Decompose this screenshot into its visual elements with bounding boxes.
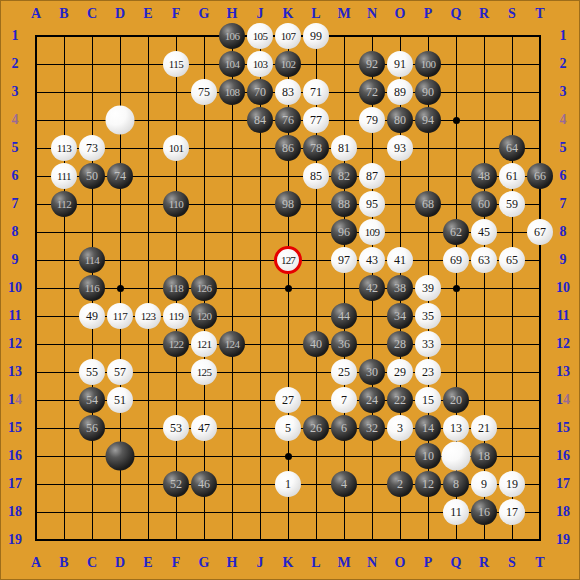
col-label-bottom: G bbox=[199, 555, 210, 571]
col-label-bottom: R bbox=[479, 555, 489, 571]
stone[interactable]: 1 bbox=[275, 471, 301, 497]
row-label-right: 7 bbox=[560, 196, 567, 212]
row-label-right: 18 bbox=[556, 504, 570, 520]
stone[interactable]: 66 bbox=[527, 163, 553, 189]
stone[interactable]: 4 bbox=[331, 471, 357, 497]
stone[interactable]: 33 bbox=[415, 331, 441, 357]
stone[interactable]: 84 bbox=[247, 107, 273, 133]
stone[interactable]: 75 bbox=[191, 79, 217, 105]
row-label-left: 17 bbox=[8, 476, 22, 492]
stone[interactable]: 98 bbox=[275, 191, 301, 217]
stone[interactable]: 2 bbox=[387, 471, 413, 497]
star-point bbox=[453, 117, 460, 124]
row-label-right: 3 bbox=[560, 84, 567, 100]
stone[interactable]: 117 bbox=[107, 303, 133, 329]
stone[interactable]: 38 bbox=[387, 275, 413, 301]
col-label-top: G bbox=[199, 6, 210, 22]
stone[interactable]: 106 bbox=[219, 23, 245, 49]
stone[interactable]: 110 bbox=[163, 191, 189, 217]
row-label-right: 1 bbox=[560, 28, 567, 44]
stone[interactable]: 46 bbox=[191, 471, 217, 497]
col-label-top: F bbox=[172, 6, 181, 22]
stone[interactable]: 11 bbox=[443, 499, 469, 525]
stone[interactable]: 96 bbox=[331, 219, 357, 245]
stone[interactable]: 82 bbox=[331, 163, 357, 189]
row-label-left: 13 bbox=[8, 364, 22, 380]
stone[interactable]: 83 bbox=[275, 79, 301, 105]
go-board-diagram[interactable]: AABBCCDDEEFFGGHHJJKKLLMMNNOOPPQQRRSSTT11… bbox=[0, 0, 580, 580]
row-label-left: 5 bbox=[12, 140, 19, 156]
col-label-top: C bbox=[87, 6, 97, 22]
stone[interactable]: 102 bbox=[275, 51, 301, 77]
row-label-left: 11 bbox=[8, 308, 21, 324]
stone[interactable]: 112 bbox=[51, 191, 77, 217]
stone[interactable]: 104 bbox=[219, 51, 245, 77]
stone[interactable]: 28 bbox=[387, 331, 413, 357]
stone-last-move[interactable]: 127 bbox=[274, 246, 302, 274]
col-label-top: T bbox=[535, 6, 544, 22]
stone[interactable]: 54 bbox=[79, 387, 105, 413]
stone[interactable]: 36 bbox=[331, 331, 357, 357]
col-label-top: E bbox=[143, 6, 152, 22]
col-label-top: D bbox=[115, 6, 125, 22]
stone[interactable]: 52 bbox=[163, 471, 189, 497]
stone[interactable]: 124 bbox=[219, 331, 245, 357]
col-label-bottom: K bbox=[283, 555, 294, 571]
stone[interactable]: 26 bbox=[303, 415, 329, 441]
stone[interactable]: 122 bbox=[163, 331, 189, 357]
stone[interactable]: 44 bbox=[331, 303, 357, 329]
stone[interactable]: 34 bbox=[387, 303, 413, 329]
stone[interactable]: 48 bbox=[471, 163, 497, 189]
stone[interactable]: 53 bbox=[163, 415, 189, 441]
stone[interactable]: 119 bbox=[163, 303, 189, 329]
col-label-bottom: H bbox=[227, 555, 238, 571]
row-label-left: 18 bbox=[8, 504, 22, 520]
col-label-top: M bbox=[337, 6, 350, 22]
stone[interactable]: 24 bbox=[359, 387, 385, 413]
row-label-right: 2 bbox=[560, 56, 567, 72]
stone[interactable]: 17 bbox=[499, 499, 525, 525]
row-label-left: 10 bbox=[8, 280, 22, 296]
row-label-right: 12 bbox=[556, 336, 570, 352]
col-label-top: Q bbox=[451, 6, 462, 22]
stone[interactable]: 61 bbox=[499, 163, 525, 189]
stone[interactable]: 8 bbox=[443, 471, 469, 497]
row-label-right: 15 bbox=[556, 420, 570, 436]
stone[interactable]: 89 bbox=[387, 79, 413, 105]
stone[interactable]: 88 bbox=[331, 191, 357, 217]
col-label-bottom: C bbox=[87, 555, 97, 571]
stone[interactable]: 21 bbox=[471, 415, 497, 441]
stone[interactable]: 41 bbox=[387, 247, 413, 273]
col-label-bottom: F bbox=[172, 555, 181, 571]
stone[interactable]: 70 bbox=[247, 79, 273, 105]
col-label-top: O bbox=[395, 6, 406, 22]
row-label-left: 12 bbox=[8, 336, 22, 352]
stone[interactable]: 64 bbox=[499, 135, 525, 161]
stone[interactable]: 20 bbox=[443, 387, 469, 413]
stone[interactable]: 73 bbox=[79, 135, 105, 161]
row-label-left: 19 bbox=[8, 532, 22, 548]
stone[interactable]: 79 bbox=[359, 107, 385, 133]
stone[interactable]: 63 bbox=[471, 247, 497, 273]
stone[interactable]: 120 bbox=[191, 303, 217, 329]
stone[interactable]: 50 bbox=[79, 163, 105, 189]
star-point bbox=[453, 285, 460, 292]
stone[interactable]: 15 bbox=[415, 387, 441, 413]
col-label-top: L bbox=[311, 6, 320, 22]
row-label-left: 8 bbox=[12, 224, 19, 240]
row-label-left: 14 bbox=[8, 392, 22, 408]
stone[interactable]: 115 bbox=[163, 51, 189, 77]
row-label-left: 9 bbox=[12, 252, 19, 268]
stone[interactable]: 18 bbox=[471, 443, 497, 469]
stone[interactable]: 67 bbox=[527, 219, 553, 245]
stone[interactable]: 32 bbox=[359, 415, 385, 441]
col-label-bottom: Q bbox=[451, 555, 462, 571]
stone[interactable]: 45 bbox=[471, 219, 497, 245]
stone[interactable]: 9 bbox=[471, 471, 497, 497]
row-label-right: 19 bbox=[556, 532, 570, 548]
stone[interactable]: 35 bbox=[415, 303, 441, 329]
row-label-right: 13 bbox=[556, 364, 570, 380]
col-label-bottom: P bbox=[424, 555, 433, 571]
col-label-bottom: M bbox=[337, 555, 350, 571]
stone[interactable]: 77 bbox=[303, 107, 329, 133]
col-label-top: S bbox=[508, 6, 516, 22]
col-label-top: R bbox=[479, 6, 489, 22]
star-point bbox=[285, 285, 292, 292]
col-label-top: P bbox=[424, 6, 433, 22]
col-label-top: J bbox=[257, 6, 264, 22]
stone[interactable]: 99 bbox=[303, 23, 329, 49]
stone[interactable]: 27 bbox=[275, 387, 301, 413]
row-label-left: 1 bbox=[12, 28, 19, 44]
col-label-bottom: E bbox=[143, 555, 152, 571]
stone[interactable]: 13 bbox=[443, 415, 469, 441]
stone[interactable]: 103 bbox=[247, 51, 273, 77]
stone[interactable]: 6 bbox=[331, 415, 357, 441]
stone[interactable]: 39 bbox=[415, 275, 441, 301]
col-label-top: K bbox=[283, 6, 294, 22]
stone[interactable]: 19 bbox=[499, 471, 525, 497]
col-label-bottom: D bbox=[115, 555, 125, 571]
stone[interactable]: 22 bbox=[387, 387, 413, 413]
stone[interactable]: 86 bbox=[275, 135, 301, 161]
stone[interactable]: 85 bbox=[303, 163, 329, 189]
stone[interactable] bbox=[106, 106, 135, 135]
stone[interactable]: 23 bbox=[415, 359, 441, 385]
col-label-top: B bbox=[59, 6, 68, 22]
stone[interactable]: 123 bbox=[135, 303, 161, 329]
stone[interactable] bbox=[442, 442, 471, 471]
stone[interactable]: 95 bbox=[359, 191, 385, 217]
stone[interactable]: 94 bbox=[415, 107, 441, 133]
stone[interactable]: 10 bbox=[415, 443, 441, 469]
stone[interactable]: 5 bbox=[275, 415, 301, 441]
stone[interactable]: 108 bbox=[219, 79, 245, 105]
stone[interactable]: 114 bbox=[79, 247, 105, 273]
star-point bbox=[285, 453, 292, 460]
stone[interactable]: 65 bbox=[499, 247, 525, 273]
stone[interactable]: 68 bbox=[415, 191, 441, 217]
stone[interactable]: 14 bbox=[415, 415, 441, 441]
stone[interactable]: 90 bbox=[415, 79, 441, 105]
col-label-top: N bbox=[367, 6, 377, 22]
stone[interactable]: 51 bbox=[107, 387, 133, 413]
row-label-right: 6 bbox=[560, 168, 567, 184]
row-label-right: 11 bbox=[556, 308, 569, 324]
stone[interactable]: 81 bbox=[331, 135, 357, 161]
stone[interactable]: 113 bbox=[51, 135, 77, 161]
stone[interactable]: 121 bbox=[191, 331, 217, 357]
stone[interactable]: 105 bbox=[247, 23, 273, 49]
row-label-left: 2 bbox=[12, 56, 19, 72]
row-label-left: 3 bbox=[12, 84, 19, 100]
stone[interactable]: 101 bbox=[163, 135, 189, 161]
stone[interactable]: 3 bbox=[387, 415, 413, 441]
col-label-bottom: A bbox=[31, 555, 41, 571]
row-label-left: 7 bbox=[12, 196, 19, 212]
stone[interactable]: 29 bbox=[387, 359, 413, 385]
stone[interactable]: 74 bbox=[107, 163, 133, 189]
row-label-right: 9 bbox=[560, 252, 567, 268]
stone[interactable]: 16 bbox=[471, 499, 497, 525]
stone[interactable]: 91 bbox=[387, 51, 413, 77]
stone[interactable]: 87 bbox=[359, 163, 385, 189]
stone[interactable]: 57 bbox=[107, 359, 133, 385]
stone[interactable]: 43 bbox=[359, 247, 385, 273]
stone[interactable]: 72 bbox=[359, 79, 385, 105]
stone[interactable]: 69 bbox=[443, 247, 469, 273]
row-label-left: 16 bbox=[8, 448, 22, 464]
stone[interactable]: 126 bbox=[191, 275, 217, 301]
stone[interactable]: 93 bbox=[387, 135, 413, 161]
stone[interactable]: 7 bbox=[331, 387, 357, 413]
row-label-right: 5 bbox=[560, 140, 567, 156]
row-label-right: 4 bbox=[560, 112, 567, 128]
star-point bbox=[117, 285, 124, 292]
col-label-bottom: L bbox=[311, 555, 320, 571]
stone[interactable]: 118 bbox=[163, 275, 189, 301]
stone[interactable]: 78 bbox=[303, 135, 329, 161]
col-label-bottom: B bbox=[59, 555, 68, 571]
stone[interactable]: 12 bbox=[415, 471, 441, 497]
stone[interactable]: 80 bbox=[387, 107, 413, 133]
stone[interactable]: 109 bbox=[359, 219, 385, 245]
stone[interactable]: 100 bbox=[415, 51, 441, 77]
stone[interactable]: 49 bbox=[79, 303, 105, 329]
stone[interactable]: 42 bbox=[359, 275, 385, 301]
stone[interactable]: 92 bbox=[359, 51, 385, 77]
stone[interactable]: 107 bbox=[275, 23, 301, 49]
stone[interactable]: 30 bbox=[359, 359, 385, 385]
stone[interactable]: 71 bbox=[303, 79, 329, 105]
stone[interactable]: 62 bbox=[443, 219, 469, 245]
row-label-left: 4 bbox=[12, 112, 19, 128]
stone[interactable]: 60 bbox=[471, 191, 497, 217]
row-label-right: 14 bbox=[556, 392, 570, 408]
col-label-bottom: S bbox=[508, 555, 516, 571]
stone[interactable]: 59 bbox=[499, 191, 525, 217]
stone[interactable]: 40 bbox=[303, 331, 329, 357]
col-label-bottom: J bbox=[257, 555, 264, 571]
stone[interactable]: 116 bbox=[79, 275, 105, 301]
stone[interactable]: 111 bbox=[51, 163, 77, 189]
col-label-bottom: T bbox=[535, 555, 544, 571]
stone[interactable]: 56 bbox=[79, 415, 105, 441]
row-label-right: 17 bbox=[556, 476, 570, 492]
col-label-bottom: N bbox=[367, 555, 377, 571]
col-label-top: A bbox=[31, 6, 41, 22]
stone[interactable] bbox=[106, 442, 135, 471]
stone[interactable]: 55 bbox=[79, 359, 105, 385]
row-label-right: 10 bbox=[556, 280, 570, 296]
stone[interactable]: 97 bbox=[331, 247, 357, 273]
col-label-bottom: O bbox=[395, 555, 406, 571]
stone[interactable]: 125 bbox=[191, 359, 217, 385]
row-label-right: 16 bbox=[556, 448, 570, 464]
col-label-top: H bbox=[227, 6, 238, 22]
stone[interactable]: 25 bbox=[331, 359, 357, 385]
row-label-right: 8 bbox=[560, 224, 567, 240]
row-label-left: 6 bbox=[12, 168, 19, 184]
stone[interactable]: 47 bbox=[191, 415, 217, 441]
row-label-left: 15 bbox=[8, 420, 22, 436]
stone[interactable]: 76 bbox=[275, 107, 301, 133]
